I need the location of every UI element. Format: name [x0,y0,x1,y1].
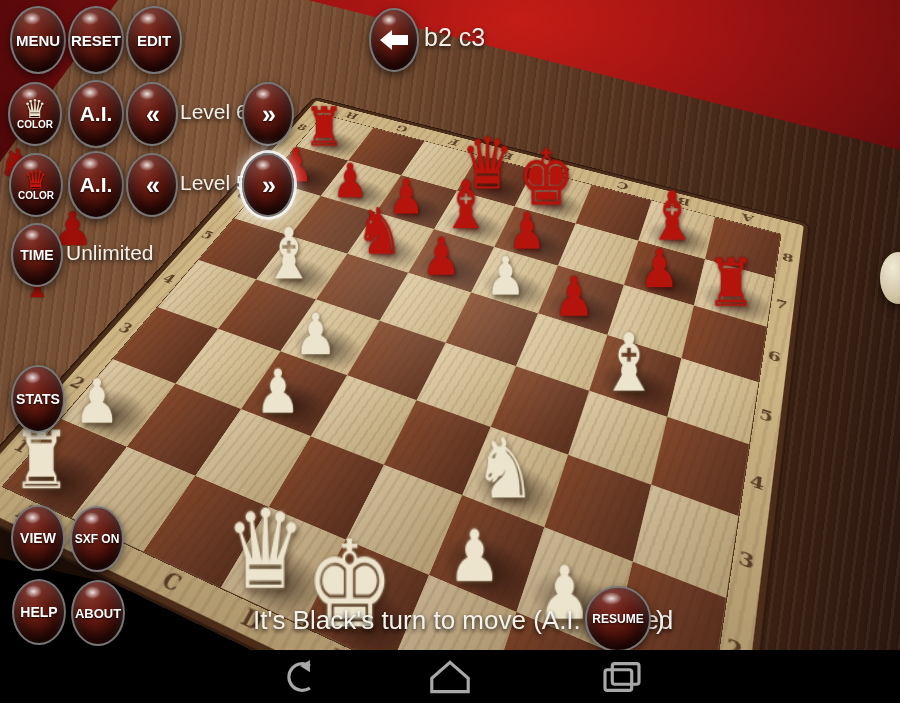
white-queen-icon: ♛ [23,98,46,121]
nav-back-icon[interactable] [277,660,321,694]
resume-button[interactable]: RESUME [585,586,651,652]
red-rook-h7: ♜ [695,250,766,316]
white-pawn-e6: ♟ [471,249,541,302]
nav-recents-icon[interactable] [600,660,644,694]
red-pawn-g7: ♟ [625,242,694,295]
view-button[interactable]: VIEW [11,505,65,571]
chevron-right-icon: » [262,100,274,129]
red-color-button[interactable]: ♛ COLOR [9,153,63,217]
red-pawn-d6: ♟ [407,230,475,282]
white-level-up-button[interactable]: » [242,82,294,146]
red-level-label: Level 5 [180,171,248,195]
android-nav-bar [0,650,900,703]
square-h6[interactable] [681,305,767,381]
chevron-left-icon: « [146,100,158,129]
white-bishop-g5: ♝ [590,323,668,403]
white-color-button[interactable]: ♛ COLOR [8,82,62,146]
red-level-up-button[interactable]: » [242,153,294,217]
white-pawn-f2: ♟ [427,520,520,592]
time-value-label: Unlimited [66,241,154,265]
nav-home-icon[interactable] [428,660,472,694]
white-level-label: Level 6 [180,100,248,124]
app-screen: { "game": "chess", "variant_note": "3D c… [0,0,900,703]
reset-button[interactable]: RESET [68,6,124,74]
chevron-left-icon: « [146,171,158,200]
white-queen-d1: ♛ [218,495,312,605]
about-button[interactable]: ABOUT [71,580,125,646]
red-level-down-button[interactable]: « [126,153,178,217]
red-knight-c6: ♞ [346,199,412,263]
red-ai-button[interactable]: A.I. [68,151,124,219]
red-queen-icon: ♛ [24,169,47,192]
edit-button[interactable]: EDIT [126,6,182,74]
white-knight-f3: ♞ [461,427,548,511]
white-pawn-c4: ♟ [278,305,353,362]
sxf-toggle-button[interactable]: SXF ON [70,506,124,572]
menu-button[interactable]: MENU [10,6,66,74]
chevron-right-icon: » [262,171,274,200]
white-rook-a1: ♜ [0,421,84,501]
white-pawn-c3: ♟ [238,361,318,422]
white-bishop-b5: ♝ [254,219,323,290]
help-button[interactable]: HELP [12,579,66,645]
stats-button[interactable]: STATS [11,365,65,433]
undo-move-button[interactable] [369,8,419,72]
status-close-paren: ) [656,605,665,636]
back-arrow-icon [379,29,409,51]
white-level-down-button[interactable]: « [126,82,178,146]
white-ai-button[interactable]: A.I. [68,80,124,148]
last-move-label: b2 c3 [424,23,485,52]
time-button[interactable]: TIME [11,223,63,287]
